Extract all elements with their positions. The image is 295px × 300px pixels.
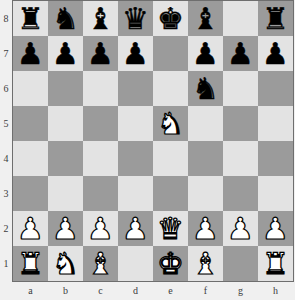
square-b4[interactable] <box>48 141 83 176</box>
black-pawn[interactable]: ♟ <box>122 36 149 71</box>
white-pawn[interactable]: ♟ <box>87 211 114 246</box>
rank-label-4: 4 <box>0 141 12 176</box>
square-c4[interactable] <box>83 141 118 176</box>
file-label-h: h <box>258 284 293 299</box>
rank-label-1: 1 <box>0 246 12 281</box>
file-label-b: b <box>48 284 83 299</box>
file-label-a: a <box>13 284 48 299</box>
square-f5[interactable] <box>188 106 223 141</box>
file-labels: abcdefgh <box>13 284 293 299</box>
black-queen[interactable]: ♛ <box>122 1 149 36</box>
white-pawn[interactable]: ♟ <box>17 211 44 246</box>
square-g6[interactable] <box>223 71 258 106</box>
square-h6[interactable] <box>258 71 293 106</box>
black-king[interactable]: ♚ <box>157 1 184 36</box>
square-h4[interactable] <box>258 141 293 176</box>
square-d2[interactable]: ♟ <box>118 211 153 246</box>
black-pawn[interactable]: ♟ <box>52 36 79 71</box>
white-bishop[interactable]: ♝ <box>192 246 219 281</box>
square-e8[interactable]: ♚ <box>153 1 188 36</box>
white-pawn[interactable]: ♟ <box>262 211 289 246</box>
square-a7[interactable]: ♟ <box>13 36 48 71</box>
square-g4[interactable] <box>223 141 258 176</box>
square-h3[interactable] <box>258 176 293 211</box>
square-c1[interactable]: ♝ <box>83 246 118 281</box>
square-b2[interactable]: ♟ <box>48 211 83 246</box>
file-label-f: f <box>188 284 223 299</box>
square-d8[interactable]: ♛ <box>118 1 153 36</box>
square-a6[interactable] <box>13 71 48 106</box>
square-f3[interactable] <box>188 176 223 211</box>
white-rook[interactable]: ♜ <box>262 246 289 281</box>
black-pawn[interactable]: ♟ <box>17 36 44 71</box>
white-knight[interactable]: ♞ <box>52 246 79 281</box>
white-bishop[interactable]: ♝ <box>87 246 114 281</box>
black-bishop[interactable]: ♝ <box>192 1 219 36</box>
white-pawn[interactable]: ♟ <box>192 211 219 246</box>
black-bishop[interactable]: ♝ <box>87 1 114 36</box>
square-e3[interactable] <box>153 176 188 211</box>
square-f1[interactable]: ♝ <box>188 246 223 281</box>
rank-label-3: 3 <box>0 176 12 211</box>
square-g1[interactable] <box>223 246 258 281</box>
black-knight[interactable]: ♞ <box>192 71 219 106</box>
square-d1[interactable] <box>118 246 153 281</box>
square-g2[interactable]: ♟ <box>223 211 258 246</box>
square-d7[interactable]: ♟ <box>118 36 153 71</box>
white-pawn[interactable]: ♟ <box>227 211 254 246</box>
square-a2[interactable]: ♟ <box>13 211 48 246</box>
file-label-g: g <box>223 284 258 299</box>
white-king[interactable]: ♚ <box>157 246 184 281</box>
square-f2[interactable]: ♟ <box>188 211 223 246</box>
rank-label-5: 5 <box>0 106 12 141</box>
square-a4[interactable] <box>13 141 48 176</box>
square-e4[interactable] <box>153 141 188 176</box>
file-label-c: c <box>83 284 118 299</box>
square-e2[interactable]: ♛ <box>153 211 188 246</box>
square-a5[interactable] <box>13 106 48 141</box>
square-d6[interactable] <box>118 71 153 106</box>
square-a8[interactable]: ♜ <box>13 1 48 36</box>
black-pawn[interactable]: ♟ <box>227 36 254 71</box>
square-f8[interactable]: ♝ <box>188 1 223 36</box>
square-c8[interactable]: ♝ <box>83 1 118 36</box>
square-f4[interactable] <box>188 141 223 176</box>
rank-label-2: 2 <box>0 211 12 246</box>
square-e5[interactable]: ♞ <box>153 106 188 141</box>
rank-label-7: 7 <box>0 36 12 71</box>
square-c6[interactable] <box>83 71 118 106</box>
white-knight[interactable]: ♞ <box>157 106 184 141</box>
square-b1[interactable]: ♞ <box>48 246 83 281</box>
square-g3[interactable] <box>223 176 258 211</box>
square-e6[interactable] <box>153 71 188 106</box>
square-h7[interactable]: ♟ <box>258 36 293 71</box>
square-f6[interactable]: ♞ <box>188 71 223 106</box>
square-h5[interactable] <box>258 106 293 141</box>
black-rook[interactable]: ♜ <box>262 1 289 36</box>
square-h8[interactable]: ♜ <box>258 1 293 36</box>
square-e7[interactable] <box>153 36 188 71</box>
square-g5[interactable] <box>223 106 258 141</box>
square-e1[interactable]: ♚ <box>153 246 188 281</box>
file-label-d: d <box>118 284 153 299</box>
square-h2[interactable]: ♟ <box>258 211 293 246</box>
square-b8[interactable]: ♞ <box>48 1 83 36</box>
chess-diagram: 87654321 ♜♞♝♛♚♝♜♟♟♟♟♟♟♟♞♞♟♟♟♟♛♟♟♟♜♞♝♚♝♜ … <box>0 0 295 300</box>
square-a3[interactable] <box>13 176 48 211</box>
white-queen[interactable]: ♛ <box>157 211 184 246</box>
square-d4[interactable] <box>118 141 153 176</box>
square-b7[interactable]: ♟ <box>48 36 83 71</box>
square-c7[interactable]: ♟ <box>83 36 118 71</box>
file-label-e: e <box>153 284 188 299</box>
square-c5[interactable] <box>83 106 118 141</box>
square-g8[interactable] <box>223 1 258 36</box>
square-c2[interactable]: ♟ <box>83 211 118 246</box>
black-knight[interactable]: ♞ <box>52 1 79 36</box>
square-a1[interactable]: ♜ <box>13 246 48 281</box>
square-c3[interactable] <box>83 176 118 211</box>
white-pawn[interactable]: ♟ <box>52 211 79 246</box>
rank-label-8: 8 <box>0 1 12 36</box>
square-b5[interactable] <box>48 106 83 141</box>
black-rook[interactable]: ♜ <box>17 1 44 36</box>
white-pawn[interactable]: ♟ <box>122 211 149 246</box>
chess-board[interactable]: ♜♞♝♛♚♝♜♟♟♟♟♟♟♟♞♞♟♟♟♟♛♟♟♟♜♞♝♚♝♜ <box>12 0 294 282</box>
square-d5[interactable] <box>118 106 153 141</box>
rank-label-6: 6 <box>0 71 12 106</box>
black-pawn[interactable]: ♟ <box>87 36 114 71</box>
square-b3[interactable] <box>48 176 83 211</box>
black-pawn[interactable]: ♟ <box>192 36 219 71</box>
white-rook[interactable]: ♜ <box>17 246 44 281</box>
square-b6[interactable] <box>48 71 83 106</box>
square-g7[interactable]: ♟ <box>223 36 258 71</box>
square-h1[interactable]: ♜ <box>258 246 293 281</box>
square-d3[interactable] <box>118 176 153 211</box>
black-pawn[interactable]: ♟ <box>262 36 289 71</box>
square-f7[interactable]: ♟ <box>188 36 223 71</box>
rank-labels: 87654321 <box>0 1 12 281</box>
